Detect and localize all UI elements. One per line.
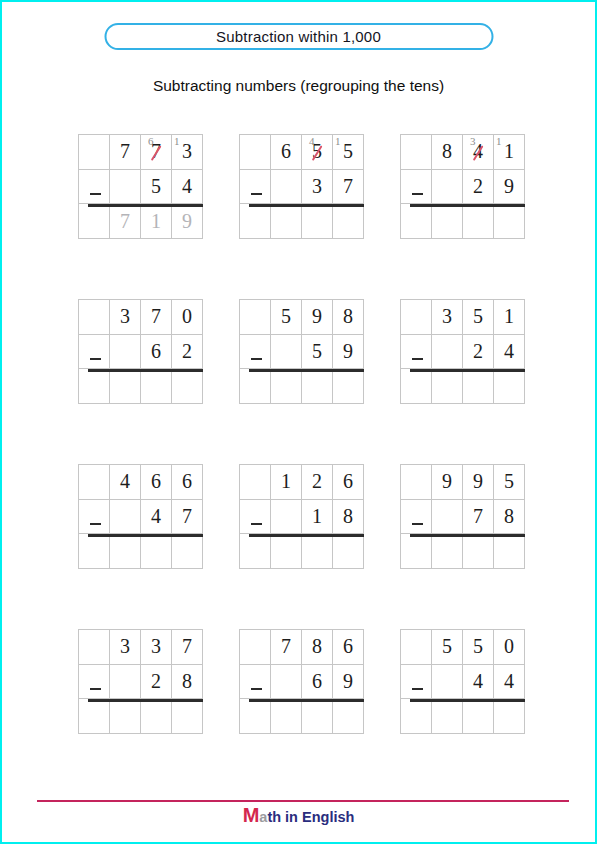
problem-11: 78669 (239, 629, 364, 734)
answer-cell (401, 699, 432, 734)
blank-cell (401, 630, 432, 665)
minus-cell (401, 500, 432, 535)
answer-cell (271, 204, 302, 239)
answer-cell (494, 534, 525, 569)
answer-cell (172, 369, 203, 404)
title-box: Subtraction within 1,000 (104, 23, 493, 50)
blank-cell (271, 170, 302, 205)
blank-cell (271, 500, 302, 535)
answer-cell (302, 369, 333, 404)
digit-cell: 76 (141, 135, 172, 170)
digit-cell: 8 (302, 630, 333, 665)
minus-cell (240, 665, 271, 700)
answer-cell: 9 (172, 204, 203, 239)
answer-cell (271, 534, 302, 569)
digit-cell: 1 (271, 465, 302, 500)
problem-2: 6545137 (239, 134, 364, 239)
problem-7: 46647 (78, 464, 203, 569)
digit-cell: 7 (333, 170, 364, 205)
digit-cell: 2 (141, 665, 172, 700)
answer-cell (463, 699, 494, 734)
digit-cell: 5 (494, 465, 525, 500)
answer-cell (110, 699, 141, 734)
minus-sign (412, 688, 423, 690)
blank-cell (110, 500, 141, 535)
answer-cell (79, 699, 110, 734)
answer-cell (141, 699, 172, 734)
carry-digit-tens: 3 (470, 136, 476, 147)
digit-cell: 3 (302, 170, 333, 205)
blank-cell (432, 170, 463, 205)
answer-cell (432, 369, 463, 404)
digit-cell: 2 (302, 465, 333, 500)
equals-bar (249, 369, 364, 372)
answer-cell (110, 534, 141, 569)
answer-cell (494, 699, 525, 734)
digit-cell: 1 (494, 300, 525, 335)
minus-sign (412, 193, 423, 195)
minus-cell (401, 665, 432, 700)
brand-letter-m: M (243, 804, 260, 826)
equals-bar (249, 699, 364, 702)
blank-cell (110, 170, 141, 205)
digit-cell: 0 (172, 300, 203, 335)
digit-cell: 4 (463, 665, 494, 700)
problem-5: 59859 (239, 299, 364, 404)
digit-cell: 3 (141, 630, 172, 665)
digit-cell: 9 (333, 335, 364, 370)
minus-sign (90, 523, 101, 525)
digit-cell: 5 (432, 630, 463, 665)
digit-cell: 3 (110, 300, 141, 335)
digit-cell: 5 (271, 300, 302, 335)
worksheet-page: Subtraction within 1,000 Subtracting num… (0, 0, 597, 844)
digit-cell: 8 (333, 300, 364, 335)
minus-cell (401, 170, 432, 205)
problem-9: 99578 (400, 464, 525, 569)
answer-cell (333, 534, 364, 569)
equals-bar (410, 204, 525, 207)
answer-cell (79, 369, 110, 404)
blank-cell (110, 665, 141, 700)
carry-digit-ones: 1 (496, 136, 502, 147)
minus-sign (412, 523, 423, 525)
digit-cell: 6 (333, 465, 364, 500)
page-subtitle: Subtracting numbers (regrouping the tens… (2, 77, 595, 95)
answer-cell (494, 204, 525, 239)
digit-cell: 7 (141, 300, 172, 335)
minus-cell (79, 170, 110, 205)
digit-cell: 6 (141, 465, 172, 500)
digit-cell: 7 (110, 135, 141, 170)
digit-cell: 9 (333, 665, 364, 700)
answer-cell (401, 369, 432, 404)
answer-cell (240, 369, 271, 404)
blank-cell (401, 465, 432, 500)
equals-bar (249, 204, 364, 207)
minus-cell (401, 335, 432, 370)
digit-cell: 2 (172, 335, 203, 370)
digit-cell: 0 (494, 630, 525, 665)
minus-sign (251, 358, 262, 360)
digit-cell: 4 (141, 500, 172, 535)
answer-cell (494, 369, 525, 404)
blank-cell (79, 135, 110, 170)
minus-cell (240, 335, 271, 370)
problem-12: 55044 (400, 629, 525, 734)
blank-cell (432, 335, 463, 370)
blank-cell (401, 300, 432, 335)
problem-6: 35124 (400, 299, 525, 404)
cross-out-slash (473, 145, 483, 160)
digit-cell: 2 (463, 335, 494, 370)
answer-cell (333, 204, 364, 239)
blank-cell (240, 135, 271, 170)
digit-cell: 4 (494, 335, 525, 370)
brand-text: th in English (267, 809, 354, 825)
equals-bar (88, 534, 203, 537)
digit-cell: 5 (463, 630, 494, 665)
digit-cell: 9 (494, 170, 525, 205)
digit-cell: 8 (432, 135, 463, 170)
blank-cell (79, 465, 110, 500)
answer-cell (302, 534, 333, 569)
blank-cell (79, 630, 110, 665)
digit-cell: 4 (172, 170, 203, 205)
answer-cell (141, 534, 172, 569)
digit-cell: 8 (172, 665, 203, 700)
digit-cell: 6 (141, 335, 172, 370)
digit-cell: 6 (271, 135, 302, 170)
answer-cell: 7 (110, 204, 141, 239)
problem-10: 33728 (78, 629, 203, 734)
equals-bar (88, 369, 203, 372)
minus-cell (79, 335, 110, 370)
blank-cell (110, 335, 141, 370)
answer-cell (333, 699, 364, 734)
answer-cell (401, 534, 432, 569)
carry-digit-ones: 1 (174, 136, 180, 147)
equals-bar (410, 534, 525, 537)
answer-cell (401, 204, 432, 239)
minus-cell (240, 500, 271, 535)
carry-digit-tens: 6 (148, 136, 154, 147)
digit-cell: 7 (172, 500, 203, 535)
blank-cell (79, 300, 110, 335)
answer-cell (271, 699, 302, 734)
digit-cell: 9 (302, 300, 333, 335)
digit-cell: 43 (463, 135, 494, 170)
answer-cell (110, 369, 141, 404)
answer-cell (463, 204, 494, 239)
digit-cell: 6 (302, 665, 333, 700)
digit-cell: 5 (141, 170, 172, 205)
blank-cell (240, 630, 271, 665)
answer-cell (172, 534, 203, 569)
digit-cell: 7 (463, 500, 494, 535)
problem-4: 37062 (78, 299, 203, 404)
problem-3: 8431129 (400, 134, 525, 239)
blank-cell (240, 465, 271, 500)
digit-cell: 8 (494, 500, 525, 535)
minus-sign (251, 523, 262, 525)
answer-cell (240, 534, 271, 569)
answer-cell (141, 369, 172, 404)
answer-cell (432, 534, 463, 569)
minus-sign (251, 688, 262, 690)
answer-cell (271, 369, 302, 404)
answer-cell (432, 699, 463, 734)
equals-bar (410, 699, 525, 702)
problems-grid: 7763154719654513784311293706259859351244… (78, 134, 525, 734)
digit-cell: 5 (302, 335, 333, 370)
equals-bar (88, 699, 203, 702)
answer-cell (79, 204, 110, 239)
answer-cell (432, 204, 463, 239)
equals-bar (249, 534, 364, 537)
minus-cell (240, 170, 271, 205)
blank-cell (432, 665, 463, 700)
brand-logo: Math in English (2, 804, 595, 828)
digit-cell: 4 (110, 465, 141, 500)
digit-cell: 4 (494, 665, 525, 700)
digit-cell: 31 (172, 135, 203, 170)
digit-cell: 54 (302, 135, 333, 170)
digit-cell: 9 (432, 465, 463, 500)
digit-cell: 6 (333, 630, 364, 665)
digit-cell: 3 (432, 300, 463, 335)
minus-sign (90, 688, 101, 690)
answer-cell: 1 (141, 204, 172, 239)
blank-cell (240, 300, 271, 335)
answer-cell (240, 204, 271, 239)
answer-cell (333, 369, 364, 404)
minus-sign (90, 193, 101, 195)
digit-cell: 6 (172, 465, 203, 500)
digit-cell: 51 (333, 135, 364, 170)
cross-out-slash (151, 145, 161, 160)
digit-cell: 8 (333, 500, 364, 535)
digit-cell: 9 (463, 465, 494, 500)
digit-cell: 3 (110, 630, 141, 665)
digit-cell: 7 (172, 630, 203, 665)
equals-bar (410, 369, 525, 372)
minus-cell (79, 665, 110, 700)
blank-cell (401, 135, 432, 170)
blank-cell (271, 335, 302, 370)
footer-divider (37, 800, 569, 802)
blank-cell (432, 500, 463, 535)
minus-sign (412, 358, 423, 360)
digit-cell: 7 (271, 630, 302, 665)
digit-cell: 2 (463, 170, 494, 205)
answer-cell (463, 534, 494, 569)
blank-cell (271, 665, 302, 700)
problem-1: 7763154719 (78, 134, 203, 239)
carry-digit-tens: 4 (309, 136, 315, 147)
minus-sign (90, 358, 101, 360)
problem-8: 12618 (239, 464, 364, 569)
answer-cell (79, 534, 110, 569)
answer-cell (302, 204, 333, 239)
digit-cell: 11 (494, 135, 525, 170)
answer-cell (240, 699, 271, 734)
answer-cell (172, 699, 203, 734)
minus-cell (79, 500, 110, 535)
digit-cell: 5 (463, 300, 494, 335)
equals-bar (88, 204, 203, 207)
digit-cell: 1 (302, 500, 333, 535)
answer-cell (302, 699, 333, 734)
cross-out-slash (312, 145, 322, 160)
page-title: Subtraction within 1,000 (216, 28, 381, 45)
carry-digit-ones: 1 (335, 136, 341, 147)
answer-cell (463, 369, 494, 404)
minus-sign (251, 193, 262, 195)
